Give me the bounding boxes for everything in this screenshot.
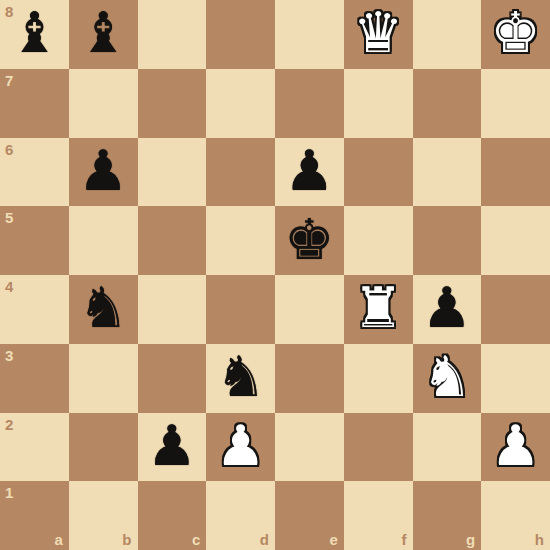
square-c6[interactable] [138,138,207,207]
square-f4[interactable]: ♜ [344,275,413,344]
black-knight[interactable]: ♞ [216,349,266,405]
square-g1[interactable]: g [413,481,482,550]
black-king[interactable]: ♚ [284,212,334,268]
square-f5[interactable] [344,206,413,275]
square-g8[interactable] [413,0,482,69]
square-g4[interactable]: ♟ [413,275,482,344]
file-label-d: d [260,532,269,547]
square-a3[interactable]: 3 [0,344,69,413]
square-h8[interactable]: ♚ [481,0,550,69]
file-label-c: c [192,532,200,547]
square-b4[interactable]: ♞ [69,275,138,344]
white-king[interactable]: ♚ [491,5,541,61]
square-b6[interactable]: ♟ [69,138,138,207]
square-c4[interactable] [138,275,207,344]
square-d3[interactable]: ♞ [206,344,275,413]
square-g6[interactable] [413,138,482,207]
white-pawn[interactable]: ♟ [216,418,266,474]
black-bishop[interactable]: ♝ [9,5,59,61]
square-c8[interactable] [138,0,207,69]
square-d5[interactable] [206,206,275,275]
square-d6[interactable] [206,138,275,207]
file-label-h: h [535,532,544,547]
square-h5[interactable] [481,206,550,275]
rank-label-4: 4 [5,279,13,294]
square-h6[interactable] [481,138,550,207]
square-b5[interactable] [69,206,138,275]
rank-label-6: 6 [5,142,13,157]
square-h2[interactable]: ♟ [481,413,550,482]
square-a8[interactable]: 8♝ [0,0,69,69]
file-label-g: g [466,532,475,547]
file-label-e: e [329,532,337,547]
square-e8[interactable] [275,0,344,69]
square-d8[interactable] [206,0,275,69]
square-b2[interactable] [69,413,138,482]
square-c2[interactable]: ♟ [138,413,207,482]
square-d2[interactable]: ♟ [206,413,275,482]
square-g2[interactable] [413,413,482,482]
square-a2[interactable]: 2 [0,413,69,482]
square-e3[interactable] [275,344,344,413]
square-a1[interactable]: 1a [0,481,69,550]
square-a4[interactable]: 4 [0,275,69,344]
square-d4[interactable] [206,275,275,344]
square-e5[interactable]: ♚ [275,206,344,275]
rank-label-3: 3 [5,348,13,363]
square-f6[interactable] [344,138,413,207]
square-e1[interactable]: e [275,481,344,550]
chess-board: 8♝♝♛♚76♟♟5♚4♞♜♟3♞♞2♟♟♟1abcdefgh [0,0,550,550]
square-a5[interactable]: 5 [0,206,69,275]
square-a6[interactable]: 6 [0,138,69,207]
square-b1[interactable]: b [69,481,138,550]
square-d7[interactable] [206,69,275,138]
black-pawn[interactable]: ♟ [284,143,334,199]
black-knight[interactable]: ♞ [78,280,128,336]
square-e4[interactable] [275,275,344,344]
black-pawn[interactable]: ♟ [147,418,197,474]
rank-label-5: 5 [5,210,13,225]
white-rook[interactable]: ♜ [353,280,403,336]
rank-label-7: 7 [5,73,13,88]
square-c5[interactable] [138,206,207,275]
white-queen[interactable]: ♛ [353,5,403,61]
square-h3[interactable] [481,344,550,413]
square-e2[interactable] [275,413,344,482]
black-bishop[interactable]: ♝ [78,5,128,61]
square-g5[interactable] [413,206,482,275]
square-g7[interactable] [413,69,482,138]
square-e7[interactable] [275,69,344,138]
white-pawn[interactable]: ♟ [491,418,541,474]
square-e6[interactable]: ♟ [275,138,344,207]
square-d1[interactable]: d [206,481,275,550]
square-f3[interactable] [344,344,413,413]
square-c1[interactable]: c [138,481,207,550]
file-label-b: b [122,532,131,547]
black-pawn[interactable]: ♟ [422,280,472,336]
square-f1[interactable]: f [344,481,413,550]
square-b3[interactable] [69,344,138,413]
square-f8[interactable]: ♛ [344,0,413,69]
white-knight[interactable]: ♞ [422,349,472,405]
rank-label-2: 2 [5,417,13,432]
black-pawn[interactable]: ♟ [78,143,128,199]
square-f2[interactable] [344,413,413,482]
square-h1[interactable]: h [481,481,550,550]
file-label-a: a [54,532,62,547]
square-f7[interactable] [344,69,413,138]
square-b8[interactable]: ♝ [69,0,138,69]
square-g3[interactable]: ♞ [413,344,482,413]
square-a7[interactable]: 7 [0,69,69,138]
rank-label-1: 1 [5,485,13,500]
square-c7[interactable] [138,69,207,138]
square-c3[interactable] [138,344,207,413]
square-h4[interactable] [481,275,550,344]
file-label-f: f [402,532,407,547]
square-h7[interactable] [481,69,550,138]
square-b7[interactable] [69,69,138,138]
